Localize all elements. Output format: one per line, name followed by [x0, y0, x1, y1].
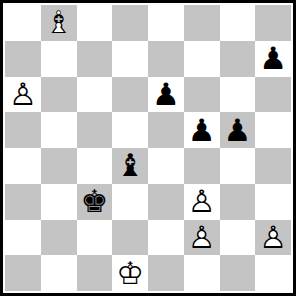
square-g6[interactable]	[220, 77, 256, 113]
square-e5[interactable]	[148, 112, 184, 148]
square-b5[interactable]	[41, 112, 77, 148]
square-e1[interactable]	[148, 255, 184, 291]
square-c6[interactable]	[77, 77, 113, 113]
square-d3[interactable]	[112, 184, 148, 220]
square-h4[interactable]	[255, 148, 291, 184]
chess-board: ♝♗♟♟♙♟♟♟♝♚♟♙♟♙♟♙♚♔	[5, 5, 291, 291]
square-f8[interactable]	[184, 5, 220, 41]
black-pawn-icon: ♟	[188, 112, 216, 147]
square-a4[interactable]	[5, 148, 41, 184]
square-g4[interactable]	[220, 148, 256, 184]
square-h6[interactable]	[255, 77, 291, 113]
black-king-icon: ♚	[80, 184, 108, 219]
black-pawn-icon: ♟	[223, 112, 251, 147]
square-f6[interactable]	[184, 77, 220, 113]
square-d8[interactable]	[112, 5, 148, 41]
square-f3[interactable]: ♟♙	[184, 184, 220, 220]
square-h7[interactable]: ♟	[255, 41, 291, 77]
square-d2[interactable]	[112, 220, 148, 256]
square-f7[interactable]	[184, 41, 220, 77]
square-f5[interactable]: ♟	[184, 112, 220, 148]
square-g1[interactable]	[220, 255, 256, 291]
square-c7[interactable]	[77, 41, 113, 77]
square-e3[interactable]	[148, 184, 184, 220]
square-d1[interactable]: ♚♔	[112, 255, 148, 291]
black-pawn-icon: ♟	[259, 41, 287, 76]
square-c5[interactable]	[77, 112, 113, 148]
white-king-icon: ♔	[116, 255, 144, 290]
square-e2[interactable]	[148, 220, 184, 256]
black-pawn-icon: ♟	[152, 77, 180, 112]
square-c4[interactable]	[77, 148, 113, 184]
black-pawn[interactable]: ♟	[188, 115, 216, 146]
square-d6[interactable]	[112, 77, 148, 113]
board-frame: ♝♗♟♟♙♟♟♟♝♚♟♙♟♙♟♙♚♔	[0, 0, 296, 296]
white-pawn-icon: ♙	[188, 184, 216, 219]
square-d5[interactable]	[112, 112, 148, 148]
square-a1[interactable]	[5, 255, 41, 291]
white-bishop-icon: ♗	[45, 5, 73, 40]
square-b7[interactable]	[41, 41, 77, 77]
square-d7[interactable]	[112, 41, 148, 77]
square-e6[interactable]: ♟	[148, 77, 184, 113]
square-e7[interactable]	[148, 41, 184, 77]
square-a2[interactable]	[5, 220, 41, 256]
square-h3[interactable]	[255, 184, 291, 220]
black-pawn[interactable]: ♟	[223, 115, 251, 146]
square-c8[interactable]	[77, 5, 113, 41]
square-g7[interactable]	[220, 41, 256, 77]
square-b1[interactable]	[41, 255, 77, 291]
white-pawn[interactable]: ♟♙	[188, 186, 216, 217]
white-pawn[interactable]: ♟♙	[259, 222, 287, 253]
square-g2[interactable]	[220, 220, 256, 256]
black-king[interactable]: ♚	[80, 186, 108, 217]
square-a5[interactable]	[5, 112, 41, 148]
black-bishop-icon: ♝	[116, 148, 144, 183]
square-g5[interactable]: ♟	[220, 112, 256, 148]
square-d4[interactable]: ♝	[112, 148, 148, 184]
white-pawn-icon: ♙	[188, 220, 216, 255]
square-a7[interactable]	[5, 41, 41, 77]
white-bishop[interactable]: ♝♗	[45, 7, 73, 38]
square-c2[interactable]	[77, 220, 113, 256]
white-pawn-icon: ♙	[259, 220, 287, 255]
square-b2[interactable]	[41, 220, 77, 256]
square-f1[interactable]	[184, 255, 220, 291]
square-f2[interactable]: ♟♙	[184, 220, 220, 256]
square-c1[interactable]	[77, 255, 113, 291]
square-a6[interactable]: ♟♙	[5, 77, 41, 113]
square-g8[interactable]	[220, 5, 256, 41]
square-b6[interactable]	[41, 77, 77, 113]
square-a8[interactable]	[5, 5, 41, 41]
black-pawn[interactable]: ♟	[259, 43, 287, 74]
square-f4[interactable]	[184, 148, 220, 184]
black-bishop[interactable]: ♝	[116, 150, 144, 181]
square-b8[interactable]: ♝♗	[41, 5, 77, 41]
square-g3[interactable]	[220, 184, 256, 220]
square-b3[interactable]	[41, 184, 77, 220]
square-h5[interactable]	[255, 112, 291, 148]
square-h2[interactable]: ♟♙	[255, 220, 291, 256]
square-c3[interactable]: ♚	[77, 184, 113, 220]
white-pawn[interactable]: ♟♙	[188, 222, 216, 253]
square-a3[interactable]	[5, 184, 41, 220]
white-pawn[interactable]: ♟♙	[9, 79, 37, 110]
square-e8[interactable]	[148, 5, 184, 41]
square-b4[interactable]	[41, 148, 77, 184]
square-h8[interactable]	[255, 5, 291, 41]
black-pawn[interactable]: ♟	[152, 79, 180, 110]
square-h1[interactable]	[255, 255, 291, 291]
white-king[interactable]: ♚♔	[116, 258, 144, 289]
square-e4[interactable]	[148, 148, 184, 184]
white-pawn-icon: ♙	[9, 77, 37, 112]
